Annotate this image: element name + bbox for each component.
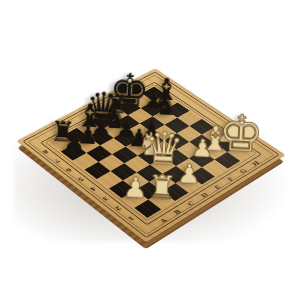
white-rook[interactable]: ♜ bbox=[147, 171, 178, 205]
pieces-layer: ♝♚♟♜♞♛♝♞♟♟♟♟♚♝♜♟♟♟♞♟♛♟♜♟ bbox=[0, 0, 300, 300]
product-photo-background: ABCDEFGH12345678 ♝♚♟♜♞♛♝♞♟♟♟♟♚♝♜♟♟♟♞♟♛♟♜… bbox=[0, 0, 300, 300]
black-pawn[interactable]: ♟ bbox=[63, 130, 86, 156]
white-pawn[interactable]: ♟ bbox=[122, 174, 148, 203]
white-pawn[interactable]: ♟ bbox=[177, 160, 202, 188]
scene: ABCDEFGH12345678 ♝♚♟♜♞♛♝♞♟♟♟♟♚♝♜♟♟♟♞♟♛♟♜… bbox=[0, 0, 300, 300]
